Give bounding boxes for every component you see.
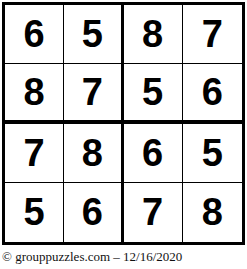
cell-r4c2: 6 [64,183,123,242]
cell-r4c3: 7 [124,183,183,242]
cell-r1c4: 7 [183,5,242,64]
cell-r3c2: 8 [64,124,123,183]
cell-r2c1: 8 [5,64,64,123]
cell-r3c3: 6 [124,124,183,183]
cell-r1c2: 5 [64,5,123,64]
sudoku-page: 6 5 8 7 8 7 5 6 7 8 6 5 5 6 7 8 © groupp… [0,0,247,269]
sudoku-board: 6 5 8 7 8 7 5 6 7 8 6 5 5 6 7 8 [2,2,245,245]
cell-r2c3: 5 [124,64,183,123]
copyright-credit: © grouppuzzles.com – 12/16/2020 [2,249,245,265]
cell-r2c2: 7 [64,64,123,123]
cell-r3c4: 5 [183,124,242,183]
cell-r1c1: 6 [5,5,64,64]
cell-r3c1: 7 [5,124,64,183]
cell-r4c4: 8 [183,183,242,242]
cell-r4c1: 5 [5,183,64,242]
cell-r1c3: 8 [124,5,183,64]
cell-r2c4: 6 [183,64,242,123]
